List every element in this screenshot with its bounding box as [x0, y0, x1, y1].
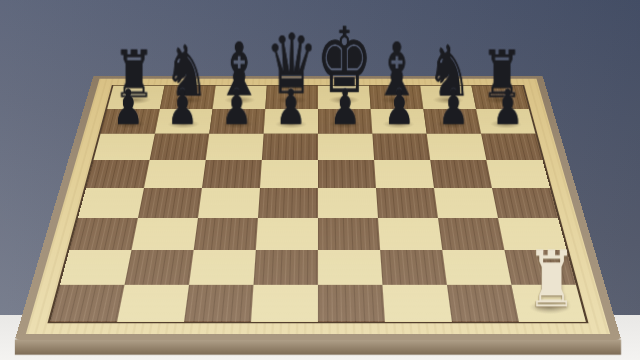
- square-a7[interactable]: ♟: [101, 109, 160, 134]
- chess-board: ♜♞♝♛♚♝♞♜♟♟♟♟♟♟♟♟♜: [15, 76, 621, 340]
- square-f1[interactable]: [382, 285, 451, 322]
- square-b7[interactable]: ♟: [155, 109, 213, 134]
- square-c6[interactable]: [206, 134, 264, 160]
- square-e3[interactable]: [318, 218, 380, 250]
- square-d1[interactable]: [251, 285, 318, 322]
- square-b6[interactable]: [150, 134, 210, 160]
- square-a4[interactable]: [78, 188, 144, 218]
- square-f6[interactable]: [372, 134, 430, 160]
- square-b3[interactable]: [132, 218, 198, 250]
- board-walnut-trim: ♜♞♝♛♚♝♞♜♟♟♟♟♟♟♟♟♜: [47, 85, 588, 323]
- scene: ♜♞♝♛♚♝♞♜♟♟♟♟♟♟♟♟♜: [0, 0, 640, 360]
- square-f7[interactable]: ♟: [371, 109, 427, 134]
- black-pawn[interactable]: ♟: [384, 83, 415, 132]
- black-pawn[interactable]: ♟: [438, 83, 469, 132]
- square-g4[interactable]: [434, 188, 498, 218]
- square-e6[interactable]: [318, 134, 374, 160]
- square-g1[interactable]: [447, 285, 519, 322]
- square-e5[interactable]: [318, 160, 376, 188]
- board-maple-border: ♜♞♝♛♚♝♞♜♟♟♟♟♟♟♟♟♜: [26, 79, 610, 334]
- square-g2[interactable]: [442, 250, 511, 285]
- board-outer-edge: ♜♞♝♛♚♝♞♜♟♟♟♟♟♟♟♟♜: [15, 76, 621, 340]
- board-grid: ♜♞♝♛♚♝♞♜♟♟♟♟♟♟♟♟♜: [50, 86, 586, 322]
- square-b4[interactable]: [138, 188, 202, 218]
- square-c2[interactable]: [189, 250, 256, 285]
- white-rook[interactable]: ♜: [527, 240, 576, 318]
- square-a5[interactable]: [86, 160, 150, 188]
- square-e1[interactable]: [318, 285, 385, 322]
- square-g7[interactable]: ♟: [423, 109, 481, 134]
- square-d4[interactable]: [258, 188, 318, 218]
- black-pawn[interactable]: ♟: [330, 83, 361, 132]
- square-b1[interactable]: [117, 285, 189, 322]
- square-a3[interactable]: [69, 218, 138, 250]
- black-pawn[interactable]: ♟: [113, 83, 144, 132]
- square-b2[interactable]: [125, 250, 194, 285]
- black-pawn[interactable]: ♟: [276, 83, 307, 132]
- square-b5[interactable]: [144, 160, 206, 188]
- square-a2[interactable]: [60, 250, 131, 285]
- black-pawn[interactable]: ♟: [492, 83, 523, 132]
- square-d7[interactable]: ♟: [264, 109, 318, 134]
- square-e7[interactable]: ♟: [318, 109, 372, 134]
- square-f2[interactable]: [380, 250, 447, 285]
- square-f4[interactable]: [376, 188, 438, 218]
- square-d3[interactable]: [256, 218, 318, 250]
- square-c1[interactable]: [184, 285, 253, 322]
- board-front-edge: [15, 340, 621, 355]
- square-d6[interactable]: [262, 134, 318, 160]
- square-a6[interactable]: [94, 134, 155, 160]
- black-pawn[interactable]: ♟: [221, 83, 252, 132]
- square-h4[interactable]: [492, 188, 558, 218]
- square-e4[interactable]: [318, 188, 378, 218]
- square-c4[interactable]: [198, 188, 260, 218]
- square-e2[interactable]: [318, 250, 382, 285]
- square-c3[interactable]: [194, 218, 258, 250]
- square-h7[interactable]: ♟: [476, 109, 535, 134]
- square-a1[interactable]: [50, 285, 124, 322]
- square-f5[interactable]: [374, 160, 434, 188]
- square-h1[interactable]: ♜: [511, 285, 585, 322]
- square-f3[interactable]: [378, 218, 442, 250]
- square-c5[interactable]: [202, 160, 262, 188]
- black-pawn[interactable]: ♟: [167, 83, 198, 132]
- square-d2[interactable]: [254, 250, 318, 285]
- square-c7[interactable]: ♟: [209, 109, 265, 134]
- square-g3[interactable]: [438, 218, 504, 250]
- square-d5[interactable]: [260, 160, 318, 188]
- square-h6[interactable]: [481, 134, 542, 160]
- square-g6[interactable]: [427, 134, 487, 160]
- square-h5[interactable]: [486, 160, 550, 188]
- square-g5[interactable]: [430, 160, 492, 188]
